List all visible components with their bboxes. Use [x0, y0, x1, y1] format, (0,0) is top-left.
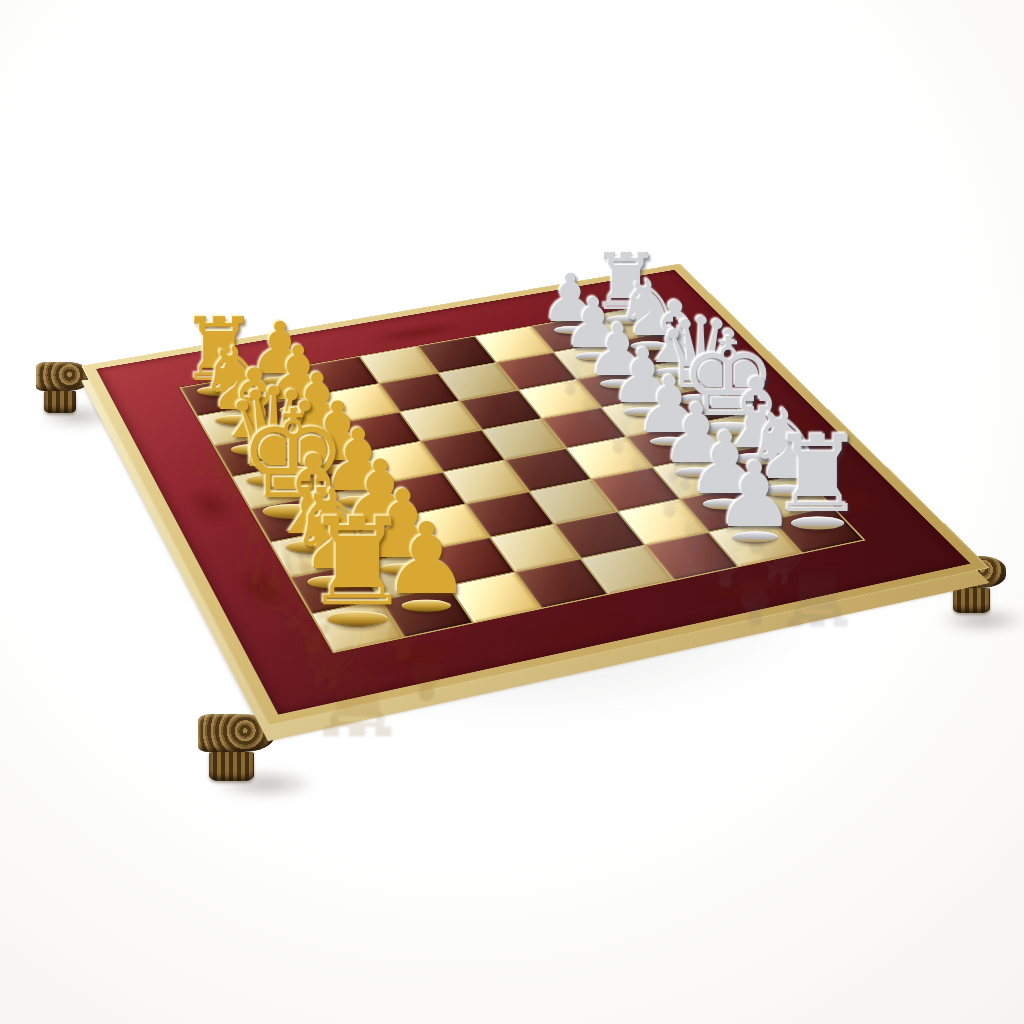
piece-silver-pawn-h7[interactable]: ♟ [696, 454, 813, 543]
piece-glyph: ♜ [279, 507, 436, 618]
pieces-layer: ♜ ♜ ♟ ♟ ♞ ♞ ♟ ♟ ♝ ♝ ♟ ♟ ♟ ♟ ♜ ♜ ♛ ♛ ♟ ♟ … [0, 0, 1024, 1024]
piece-reflection: ♟ [696, 543, 813, 632]
piece-reflection: ♜ [279, 626, 436, 745]
piece-glyph: ♟ [696, 454, 813, 537]
piece-glyph: ♜ [279, 634, 436, 745]
piece-gold-rook-h1[interactable]: ♜ [279, 507, 436, 626]
piece-glyph: ♟ [696, 548, 813, 631]
piece-glyph: ♜ [748, 536, 886, 634]
scene: ♜ ♜ ♟ ♟ ♞ ♞ ♟ ♟ ♝ ♝ ♟ ♟ ♟ ♟ ♜ ♜ ♛ ♛ ♟ ♟ … [0, 0, 1024, 1024]
